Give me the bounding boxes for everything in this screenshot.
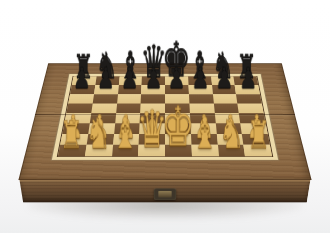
black-pawn-b7[interactable]: ♟ — [97, 63, 115, 92]
black-pawn-h7[interactable]: ♟ — [239, 63, 257, 92]
square-g6[interactable] — [212, 94, 237, 103]
white-knight-b1[interactable]: ♞ — [86, 112, 112, 154]
square-a6[interactable] — [68, 94, 94, 103]
square-h7[interactable]: ♟ — [235, 85, 260, 94]
square-c1[interactable]: ♝ — [111, 145, 138, 156]
square-c7[interactable]: ♟ — [118, 85, 142, 94]
square-f7[interactable]: ♟ — [188, 85, 212, 94]
chess-board: ♜♞♝♛♚♝♞♜♟♟♟♟♟♟♟♟♟♟♟♟♟♟♟♟♜♞♝♛♚♝♞♜ — [57, 76, 274, 157]
white-bishop-c1[interactable]: ♝ — [112, 111, 138, 154]
studio-photo-scene: ♜♞♝♛♚♝♞♜♟♟♟♟♟♟♟♟♟♟♟♟♟♟♟♟♜♞♝♛♚♝♞♜ — [0, 0, 330, 233]
square-b7[interactable]: ♟ — [94, 85, 119, 94]
black-pawn-c7[interactable]: ♟ — [121, 63, 139, 92]
square-d7[interactable]: ♟ — [141, 85, 165, 94]
square-f1[interactable]: ♝ — [191, 145, 218, 156]
board-maple-border: ♜♞♝♛♚♝♞♜♟♟♟♟♟♟♟♟♟♟♟♟♟♟♟♟♜♞♝♛♚♝♞♜ — [51, 73, 280, 160]
black-pawn-f7[interactable]: ♟ — [192, 63, 210, 92]
box-front-panel — [20, 180, 311, 202]
black-pawn-d7[interactable]: ♟ — [144, 63, 162, 92]
square-a1[interactable]: ♜ — [58, 145, 86, 156]
white-rook-a1[interactable]: ♜ — [60, 116, 83, 154]
square-h6[interactable] — [236, 94, 262, 103]
black-pawn-e7[interactable]: ♟ — [168, 63, 186, 92]
square-h1[interactable]: ♜ — [244, 145, 272, 156]
black-pawn-g7[interactable]: ♟ — [215, 63, 233, 92]
square-e7[interactable]: ♟ — [165, 85, 189, 94]
square-e1[interactable]: ♚ — [165, 145, 192, 156]
folding-chess-box: ♜♞♝♛♚♝♞♜♟♟♟♟♟♟♟♟♟♟♟♟♟♟♟♟♜♞♝♛♚♝♞♜ — [18, 63, 311, 180]
board-walnut-frame: ♜♞♝♛♚♝♞♜♟♟♟♟♟♟♟♟♟♟♟♟♟♟♟♟♜♞♝♛♚♝♞♜ — [18, 63, 311, 180]
square-b1[interactable]: ♞ — [85, 145, 113, 156]
white-rook-h1[interactable]: ♜ — [247, 116, 270, 154]
square-g1[interactable]: ♞ — [217, 145, 245, 156]
square-a7[interactable]: ♟ — [70, 85, 95, 94]
square-b6[interactable] — [92, 94, 117, 103]
latch-metal-plate — [158, 190, 171, 197]
square-g7[interactable]: ♟ — [212, 85, 237, 94]
white-bishop-f1[interactable]: ♝ — [192, 111, 218, 154]
latch-clasp — [154, 188, 176, 200]
white-knight-g1[interactable]: ♞ — [219, 112, 245, 154]
black-pawn-a7[interactable]: ♟ — [73, 63, 91, 92]
white-king-e1[interactable]: ♚ — [162, 100, 195, 155]
